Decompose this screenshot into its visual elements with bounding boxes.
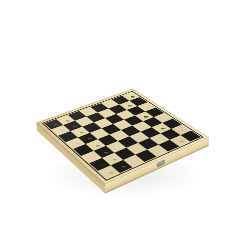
chess-set-product-photo: ♜♟♞♟♝♟♛♟♚♟♟♝♜♟♟♞♞♟♟♜♝♟♟♛♟♚♟♝♟♞♟♜	[0, 0, 250, 250]
scene-3d: ♜♟♞♟♝♟♛♟♚♟♟♝♜♟♟♞♞♟♟♜♝♟♟♛♟♚♟♝♟♞♟♜	[0, 0, 250, 250]
black-pawn-icon: ♟	[165, 130, 194, 142]
clasp-icon	[157, 159, 165, 167]
chess-board: ♜♟♞♟♝♟♛♟♚♟♟♝♜♟♟♞♞♟♟♜♝♟♟♛♟♚♟♝♟♞♟♜	[36, 89, 209, 185]
